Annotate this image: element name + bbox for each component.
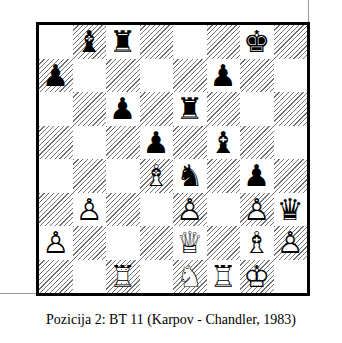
square-f1: ♜♖ [207,260,241,294]
square-a6 [39,92,73,126]
square-e4: ♞ [173,159,207,193]
square-g7 [240,59,274,93]
black-piece-glyph: ♜ [106,25,140,59]
square-d2 [140,226,174,260]
piece-white-king: ♚♔ [240,260,274,294]
square-h6 [274,92,308,126]
piece-black-bishop: ♝ [207,126,241,160]
chess-board: ♝♜♚♟♟♟♜♟♝♝♗♞♟♟♙♟♙♟♙♛♟♙♛♕♝♗♟♙♜♖♞♘♜♖♚♔ [36,22,310,296]
square-f6 [207,92,241,126]
page-rule-horizontal [0,293,36,294]
square-c4 [106,159,140,193]
square-d5: ♟ [140,126,174,160]
square-g2: ♝♗ [240,226,274,260]
square-a3 [39,193,73,227]
black-piece-glyph: ♞ [173,159,207,193]
black-piece-glyph: ♟ [106,92,140,126]
square-c5 [106,126,140,160]
square-d4: ♝♗ [140,159,174,193]
black-piece-glyph: ♛ [274,193,308,227]
page-rule-vertical [308,0,309,24]
piece-black-bishop: ♝ [73,25,107,59]
square-d6 [140,92,174,126]
piece-white-pawn: ♟♙ [274,226,308,260]
square-f3 [207,193,241,227]
white-piece-outline: ♙ [240,193,274,227]
square-g5 [240,126,274,160]
piece-black-pawn: ♟ [39,59,73,93]
square-f2 [207,226,241,260]
square-d8 [140,25,174,59]
square-d3 [140,193,174,227]
square-f7: ♟ [207,59,241,93]
piece-black-rook: ♜ [106,25,140,59]
square-g4: ♟ [240,159,274,193]
square-c1: ♜♖ [106,260,140,294]
piece-white-pawn: ♟♙ [240,193,274,227]
square-a2: ♟♙ [39,226,73,260]
square-h1 [274,260,308,294]
white-piece-outline: ♘ [173,260,207,294]
square-b4 [73,159,107,193]
piece-white-knight: ♞♘ [173,260,207,294]
square-e1: ♞♘ [173,260,207,294]
white-piece-outline: ♙ [274,226,308,260]
square-h4 [274,159,308,193]
white-piece-outline: ♗ [240,226,274,260]
piece-black-pawn: ♟ [207,59,241,93]
square-c6: ♟ [106,92,140,126]
square-h7 [274,59,308,93]
square-b8: ♝ [73,25,107,59]
square-c7 [106,59,140,93]
square-b3: ♟♙ [73,193,107,227]
piece-white-rook: ♜♖ [207,260,241,294]
square-d7 [140,59,174,93]
piece-white-rook: ♜♖ [106,260,140,294]
square-g6 [240,92,274,126]
piece-white-pawn: ♟♙ [39,226,73,260]
black-piece-glyph: ♟ [240,159,274,193]
square-e6: ♜ [173,92,207,126]
square-c3 [106,193,140,227]
square-e2: ♛♕ [173,226,207,260]
white-piece-outline: ♕ [173,226,207,260]
square-b2 [73,226,107,260]
white-piece-outline: ♙ [73,193,107,227]
diagram-caption: Pozicija 2: BT 11 (Karpov - Chandler, 19… [0,312,342,328]
black-piece-glyph: ♟ [140,126,174,160]
piece-white-queen: ♛♕ [173,226,207,260]
white-piece-outline: ♗ [140,159,174,193]
piece-black-rook: ♜ [173,92,207,126]
piece-white-bishop: ♝♗ [140,159,174,193]
piece-black-queen: ♛ [274,193,308,227]
white-piece-outline: ♙ [39,226,73,260]
square-d1 [140,260,174,294]
black-piece-glyph: ♟ [207,59,241,93]
square-a8 [39,25,73,59]
piece-white-pawn: ♟♙ [73,193,107,227]
square-c2 [106,226,140,260]
black-piece-glyph: ♚ [240,25,274,59]
piece-black-pawn: ♟ [140,126,174,160]
white-piece-outline: ♖ [207,260,241,294]
square-f8 [207,25,241,59]
square-b6 [73,92,107,126]
square-f4 [207,159,241,193]
square-b7 [73,59,107,93]
piece-black-pawn: ♟ [106,92,140,126]
piece-black-pawn: ♟ [240,159,274,193]
white-piece-outline: ♖ [106,260,140,294]
black-piece-glyph: ♝ [73,25,107,59]
white-piece-outline: ♙ [173,193,207,227]
square-a5 [39,126,73,160]
square-c8: ♜ [106,25,140,59]
square-e3: ♟♙ [173,193,207,227]
square-e7 [173,59,207,93]
square-g1: ♚♔ [240,260,274,294]
black-piece-glyph: ♝ [207,126,241,160]
square-h2: ♟♙ [274,226,308,260]
white-piece-outline: ♔ [240,260,274,294]
square-b5 [73,126,107,160]
piece-black-knight: ♞ [173,159,207,193]
square-g3: ♟♙ [240,193,274,227]
square-h3: ♛ [274,193,308,227]
square-h5 [274,126,308,160]
piece-black-king: ♚ [240,25,274,59]
square-e5 [173,126,207,160]
square-a1 [39,260,73,294]
square-a4 [39,159,73,193]
square-f5: ♝ [207,126,241,160]
square-a7: ♟ [39,59,73,93]
square-g8: ♚ [240,25,274,59]
square-e8 [173,25,207,59]
piece-white-pawn: ♟♙ [173,193,207,227]
black-piece-glyph: ♜ [173,92,207,126]
piece-white-bishop: ♝♗ [240,226,274,260]
page: ♝♜♚♟♟♟♜♟♝♝♗♞♟♟♙♟♙♟♙♛♟♙♛♕♝♗♟♙♜♖♞♘♜♖♚♔ Poz… [0,0,342,343]
square-b1 [73,260,107,294]
black-piece-glyph: ♟ [39,59,73,93]
square-h8 [274,25,308,59]
